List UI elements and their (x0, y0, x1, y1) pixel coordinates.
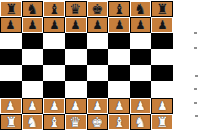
square-g3[interactable] (130, 81, 152, 97)
piece-tile: ♟ (152, 99, 172, 113)
text-fragment-mark (195, 115, 198, 117)
black-bishop[interactable]: ♝ (113, 2, 125, 16)
square-b5[interactable] (22, 49, 44, 65)
text-fragment-mark (195, 75, 198, 77)
piece-tile: ♟ (88, 18, 108, 32)
piece-tile: ♟ (66, 99, 86, 113)
piece-tile: ♝ (109, 2, 129, 16)
piece-tile: ♟ (23, 18, 43, 32)
white-rook[interactable]: ♜ (5, 115, 17, 129)
square-g2[interactable]: ♟ (130, 98, 152, 114)
square-a4[interactable] (0, 65, 22, 81)
black-pawn[interactable]: ♟ (49, 19, 59, 31)
square-b4[interactable] (22, 65, 44, 81)
square-c1[interactable]: ♝ (43, 114, 65, 130)
chess-board: ♜♞♝♛♚♝♞♜♟♟♟♟♟♟♟♟♟♟♟♟♟♟♟♟♜♞♝♛♚♝♞♜ (0, 1, 173, 130)
square-b7[interactable]: ♟ (22, 17, 44, 33)
square-g5[interactable] (130, 49, 152, 65)
square-a2[interactable]: ♟ (0, 98, 22, 114)
square-g7[interactable]: ♟ (130, 17, 152, 33)
piece-tile: ♟ (152, 18, 172, 32)
square-d8[interactable]: ♛ (65, 1, 87, 17)
square-b3[interactable] (22, 81, 44, 97)
piece-tile: ♟ (66, 18, 86, 32)
piece-tile: ♟ (109, 99, 129, 113)
square-g6[interactable] (130, 33, 152, 49)
piece-tile: ♜ (152, 2, 172, 16)
square-b2[interactable]: ♟ (22, 98, 44, 114)
square-e7[interactable]: ♟ (87, 17, 109, 33)
square-e3[interactable] (87, 81, 109, 97)
black-knight[interactable]: ♞ (135, 2, 147, 16)
white-pawn[interactable]: ♟ (28, 100, 38, 112)
square-e6[interactable] (87, 33, 109, 49)
square-f4[interactable] (108, 65, 130, 81)
piece-tile: ♝ (109, 115, 129, 129)
black-queen[interactable]: ♛ (70, 2, 82, 16)
piece-tile: ♟ (1, 18, 21, 32)
black-pawn[interactable]: ♟ (114, 19, 124, 31)
square-f2[interactable]: ♟ (108, 98, 130, 114)
square-h3[interactable] (151, 81, 173, 97)
white-pawn[interactable]: ♟ (71, 100, 81, 112)
text-fragment-mark (194, 102, 197, 104)
black-pawn[interactable]: ♟ (28, 19, 38, 31)
square-g4[interactable] (130, 65, 152, 81)
square-d2[interactable]: ♟ (65, 98, 87, 114)
square-a3[interactable] (0, 81, 22, 97)
white-pawn[interactable]: ♟ (114, 100, 124, 112)
piece-tile: ♞ (131, 2, 151, 16)
square-d5[interactable] (65, 49, 87, 65)
black-pawn[interactable]: ♟ (157, 19, 167, 31)
white-pawn[interactable]: ♟ (136, 100, 146, 112)
square-f6[interactable] (108, 33, 130, 49)
square-c7[interactable]: ♟ (43, 17, 65, 33)
square-a6[interactable] (0, 33, 22, 49)
square-e2[interactable]: ♟ (87, 98, 109, 114)
square-a8[interactable]: ♜ (0, 1, 22, 17)
piece-tile: ♟ (131, 99, 151, 113)
square-d1[interactable]: ♛ (65, 114, 87, 130)
piece-tile: ♝ (44, 115, 64, 129)
piece-tile: ♞ (23, 2, 43, 16)
black-pawn[interactable]: ♟ (92, 19, 102, 31)
black-rook[interactable]: ♜ (5, 2, 17, 16)
square-c8[interactable]: ♝ (43, 1, 65, 17)
square-e8[interactable]: ♚ (87, 1, 109, 17)
square-c6[interactable] (43, 33, 65, 49)
text-fragment-mark (194, 88, 197, 90)
white-pawn[interactable]: ♟ (49, 100, 59, 112)
white-king[interactable]: ♚ (92, 115, 104, 129)
square-h1[interactable]: ♜ (151, 114, 173, 130)
piece-tile: ♞ (131, 115, 151, 129)
square-f3[interactable] (108, 81, 130, 97)
piece-tile: ♛ (66, 2, 86, 16)
black-pawn[interactable]: ♟ (6, 19, 16, 31)
white-knight[interactable]: ♞ (27, 115, 39, 129)
chess-diagram: ♜♞♝♛♚♝♞♜♟♟♟♟♟♟♟♟♟♟♟♟♟♟♟♟♜♞♝♛♚♝♞♜ (0, 0, 200, 130)
piece-tile: ♚ (88, 115, 108, 129)
square-h8[interactable]: ♜ (151, 1, 173, 17)
white-pawn[interactable]: ♟ (6, 100, 16, 112)
square-c5[interactable] (43, 49, 65, 65)
white-rook[interactable]: ♜ (157, 115, 169, 129)
square-c2[interactable]: ♟ (43, 98, 65, 114)
white-knight[interactable]: ♞ (135, 115, 147, 129)
black-pawn[interactable]: ♟ (71, 19, 81, 31)
black-bishop[interactable]: ♝ (48, 2, 60, 16)
white-bishop[interactable]: ♝ (48, 115, 60, 129)
white-bishop[interactable]: ♝ (113, 115, 125, 129)
piece-tile: ♜ (1, 2, 21, 16)
square-h5[interactable] (151, 49, 173, 65)
square-f7[interactable]: ♟ (108, 17, 130, 33)
piece-tile: ♝ (44, 2, 64, 16)
square-g8[interactable]: ♞ (130, 1, 152, 17)
piece-tile: ♟ (131, 18, 151, 32)
piece-tile: ♚ (88, 2, 108, 16)
black-king[interactable]: ♚ (92, 2, 104, 16)
square-c4[interactable] (43, 65, 65, 81)
piece-tile: ♛ (66, 115, 86, 129)
square-a5[interactable] (0, 49, 22, 65)
piece-tile: ♟ (109, 18, 129, 32)
square-a1[interactable]: ♜ (0, 114, 22, 130)
text-fragment-mark (194, 32, 197, 34)
piece-tile: ♟ (23, 99, 43, 113)
square-g1[interactable]: ♞ (130, 114, 152, 130)
text-fragment-mark (194, 47, 197, 49)
piece-tile: ♟ (44, 99, 64, 113)
square-f5[interactable] (108, 49, 130, 65)
piece-tile: ♟ (1, 99, 21, 113)
square-b8[interactable]: ♞ (22, 1, 44, 17)
square-f1[interactable]: ♝ (108, 114, 130, 130)
white-pawn[interactable]: ♟ (92, 100, 102, 112)
piece-tile: ♞ (23, 115, 43, 129)
black-rook[interactable]: ♜ (157, 2, 169, 16)
square-e1[interactable]: ♚ (87, 114, 109, 130)
square-d4[interactable] (65, 65, 87, 81)
black-pawn[interactable]: ♟ (136, 19, 146, 31)
square-d7[interactable]: ♟ (65, 17, 87, 33)
square-b1[interactable]: ♞ (22, 114, 44, 130)
piece-tile: ♟ (88, 99, 108, 113)
white-pawn[interactable]: ♟ (157, 100, 167, 112)
square-h2[interactable]: ♟ (151, 98, 173, 114)
square-f8[interactable]: ♝ (108, 1, 130, 17)
black-knight[interactable]: ♞ (27, 2, 39, 16)
square-h6[interactable] (151, 33, 173, 49)
square-d6[interactable] (65, 33, 87, 49)
square-h7[interactable]: ♟ (151, 17, 173, 33)
square-d3[interactable] (65, 81, 87, 97)
piece-tile: ♟ (44, 18, 64, 32)
white-queen[interactable]: ♛ (70, 115, 82, 129)
square-e4[interactable] (87, 65, 109, 81)
square-e5[interactable] (87, 49, 109, 65)
piece-tile: ♜ (152, 115, 172, 129)
square-b6[interactable] (22, 33, 44, 49)
square-c3[interactable] (43, 81, 65, 97)
square-h4[interactable] (151, 65, 173, 81)
piece-tile: ♜ (1, 115, 21, 129)
square-a7[interactable]: ♟ (0, 17, 22, 33)
